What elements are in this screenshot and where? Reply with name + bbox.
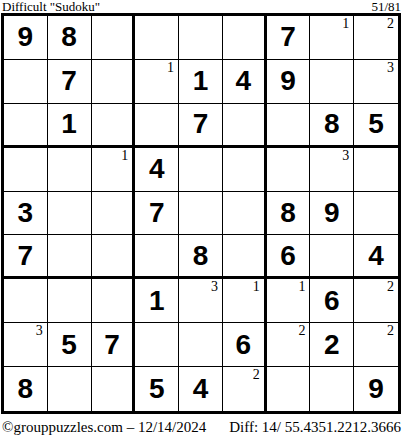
pencil-mark: 1 — [167, 61, 174, 75]
given-digit: 5 — [61, 331, 77, 359]
cell-r6c7[interactable]: 6 — [267, 235, 311, 279]
pencil-mark: 3 — [342, 149, 349, 163]
cell-r7c2[interactable] — [48, 279, 92, 323]
cell-r6c1[interactable]: 7 — [4, 235, 48, 279]
cell-r8c5[interactable] — [179, 323, 223, 367]
cell-r8c6[interactable]: 6 — [223, 323, 267, 367]
cell-r7c8[interactable]: 6 — [310, 279, 354, 323]
cell-r9c2[interactable] — [48, 367, 92, 411]
cell-r4c2[interactable] — [48, 148, 92, 192]
cell-r1c1[interactable]: 9 — [4, 16, 48, 60]
pencil-mark: 2 — [387, 280, 394, 294]
cell-r5c6[interactable] — [223, 192, 267, 236]
cell-r8c8[interactable]: 2 — [310, 323, 354, 367]
pencil-mark: 3 — [211, 280, 218, 294]
cell-r1c9[interactable]: 2 — [354, 16, 398, 60]
cell-r5c3[interactable] — [92, 192, 136, 236]
cell-r5c1[interactable]: 3 — [4, 192, 48, 236]
header: Difficult "Sudoku" 51/81 — [2, 0, 401, 13]
cell-r6c4[interactable] — [135, 235, 179, 279]
cell-r6c8[interactable] — [310, 235, 354, 279]
cell-r4c6[interactable] — [223, 148, 267, 192]
cell-r2c6[interactable]: 4 — [223, 60, 267, 104]
puzzle-title: Difficult "Sudoku" — [2, 0, 100, 13]
cell-r9c5[interactable]: 4 — [179, 367, 223, 411]
cell-r9c8[interactable] — [310, 367, 354, 411]
given-digit: 4 — [235, 67, 251, 95]
cell-r2c3[interactable] — [92, 60, 136, 104]
given-digit: 4 — [193, 375, 209, 403]
copyright-text: ©grouppuzzles.com – 12/14/2024 — [2, 419, 206, 435]
cell-r5c4[interactable]: 7 — [135, 192, 179, 236]
cell-r4c1[interactable] — [4, 148, 48, 192]
cell-r4c3[interactable]: 1 — [92, 148, 136, 192]
cell-r8c3[interactable]: 7 — [92, 323, 136, 367]
given-digit: 4 — [368, 242, 384, 270]
cell-r8c7[interactable]: 2 — [267, 323, 311, 367]
cell-r5c9[interactable] — [354, 192, 398, 236]
given-digit: 7 — [193, 110, 209, 138]
cell-r7c6[interactable]: 1 — [223, 279, 267, 323]
cell-r7c5[interactable]: 3 — [179, 279, 223, 323]
pencil-mark: 1 — [121, 149, 128, 163]
cell-r2c2[interactable]: 7 — [48, 60, 92, 104]
given-digit: 8 — [61, 23, 77, 51]
cell-r4c8[interactable]: 3 — [310, 148, 354, 192]
cell-r6c3[interactable] — [92, 235, 136, 279]
pencil-mark: 2 — [387, 324, 394, 338]
given-digit: 2 — [324, 331, 340, 359]
cell-r4c9[interactable] — [354, 148, 398, 192]
cell-r3c7[interactable] — [267, 104, 311, 148]
given-digit: 8 — [193, 242, 209, 270]
given-digit: 7 — [149, 199, 165, 227]
given-digit: 5 — [149, 375, 165, 403]
cell-r5c8[interactable]: 9 — [310, 192, 354, 236]
cell-r4c5[interactable] — [179, 148, 223, 192]
given-digit: 1 — [149, 287, 165, 315]
cell-r2c5[interactable]: 1 — [179, 60, 223, 104]
footer: ©grouppuzzles.com – 12/14/2024 Diff: 14/… — [2, 419, 401, 435]
cell-r7c4[interactable]: 1 — [135, 279, 179, 323]
cell-r2c4[interactable]: 1 — [135, 60, 179, 104]
cell-r9c6[interactable]: 2 — [223, 367, 267, 411]
given-digit: 9 — [280, 67, 296, 95]
given-digit: 1 — [61, 110, 77, 138]
cell-r9c7[interactable] — [267, 367, 311, 411]
cell-r1c8[interactable]: 1 — [310, 16, 354, 60]
cell-r8c1[interactable]: 3 — [4, 323, 48, 367]
given-digit: 9 — [18, 23, 34, 51]
cell-r6c6[interactable] — [223, 235, 267, 279]
cell-r2c8[interactable] — [310, 60, 354, 104]
pencil-mark: 3 — [36, 324, 43, 338]
cell-r2c9[interactable]: 3 — [354, 60, 398, 104]
pencil-mark: 3 — [387, 61, 394, 75]
cell-r6c9[interactable]: 4 — [354, 235, 398, 279]
cell-r3c3[interactable] — [92, 104, 136, 148]
pencil-mark: 2 — [253, 368, 260, 382]
pencil-mark: 2 — [387, 17, 394, 31]
cell-r3c4[interactable] — [135, 104, 179, 148]
pencil-mark: 1 — [253, 280, 260, 294]
cell-r2c7[interactable]: 9 — [267, 60, 311, 104]
given-digit: 7 — [280, 23, 296, 51]
pencil-mark: 1 — [298, 280, 305, 294]
cell-r5c7[interactable]: 8 — [267, 192, 311, 236]
given-digit: 8 — [280, 199, 296, 227]
cell-r9c9[interactable]: 9 — [354, 367, 398, 411]
cell-r8c2[interactable]: 5 — [48, 323, 92, 367]
given-digit: 3 — [18, 199, 34, 227]
cell-r3c9[interactable]: 5 — [354, 104, 398, 148]
cell-r1c4[interactable] — [135, 16, 179, 60]
cell-r1c7[interactable]: 7 — [267, 16, 311, 60]
given-digit: 1 — [193, 67, 209, 95]
cell-r8c4[interactable] — [135, 323, 179, 367]
cell-r6c2[interactable] — [48, 235, 92, 279]
cell-r7c1[interactable] — [4, 279, 48, 323]
cell-r3c5[interactable]: 7 — [179, 104, 223, 148]
cell-r5c5[interactable] — [179, 192, 223, 236]
cell-r3c1[interactable] — [4, 104, 48, 148]
pencil-mark: 1 — [342, 17, 349, 31]
given-digit: 9 — [368, 375, 384, 403]
cell-r7c3[interactable] — [92, 279, 136, 323]
cell-r4c4[interactable]: 4 — [135, 148, 179, 192]
pencil-mark: 2 — [298, 324, 305, 338]
cell-counter: 51/81 — [371, 0, 401, 13]
cell-r5c2[interactable] — [48, 192, 92, 236]
cell-r1c6[interactable] — [223, 16, 267, 60]
given-digit: 6 — [324, 287, 340, 315]
cell-r1c2[interactable]: 8 — [48, 16, 92, 60]
cell-r9c4[interactable]: 5 — [135, 367, 179, 411]
given-digit: 7 — [18, 242, 34, 270]
cell-r8c9[interactable]: 2 — [354, 323, 398, 367]
cell-r3c6[interactable] — [223, 104, 267, 148]
given-digit: 4 — [149, 155, 165, 183]
given-digit: 7 — [104, 331, 120, 359]
cell-r4c7[interactable] — [267, 148, 311, 192]
cell-r3c8[interactable]: 8 — [310, 104, 354, 148]
given-digit: 9 — [324, 199, 340, 227]
given-digit: 5 — [368, 110, 384, 138]
given-digit: 7 — [61, 67, 77, 95]
given-digit: 8 — [324, 110, 340, 138]
cell-r1c5[interactable] — [179, 16, 223, 60]
cell-r2c1[interactable] — [4, 60, 48, 104]
sudoku-board: 9871271149317851433789786413116235762228… — [1, 13, 401, 414]
cell-r6c5[interactable]: 8 — [179, 235, 223, 279]
cell-r7c7[interactable]: 1 — [267, 279, 311, 323]
given-digit: 6 — [280, 242, 296, 270]
given-digit: 8 — [18, 375, 34, 403]
cell-r3c2[interactable]: 1 — [48, 104, 92, 148]
cell-r7c9[interactable]: 2 — [354, 279, 398, 323]
given-digit: 6 — [235, 331, 251, 359]
difficulty-text: Diff: 14/ 55.4351.2212.3666 — [229, 419, 401, 435]
cell-r1c3[interactable] — [92, 16, 136, 60]
cell-r9c1[interactable]: 8 — [4, 367, 48, 411]
cell-r9c3[interactable] — [92, 367, 136, 411]
